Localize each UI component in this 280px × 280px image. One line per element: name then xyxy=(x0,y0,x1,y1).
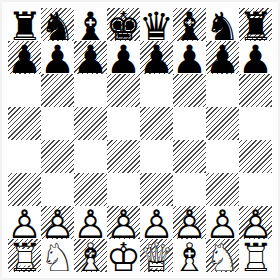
black-pawn-piece[interactable]: ♟ xyxy=(74,41,107,74)
square-h7[interactable]: ♟ xyxy=(239,41,272,74)
square-c7[interactable]: ♟ xyxy=(74,41,107,74)
square-c5[interactable] xyxy=(74,107,107,140)
black-pawn-piece[interactable]: ♟ xyxy=(239,41,272,74)
white-bishop-piece[interactable]: ♝♗ xyxy=(74,239,107,272)
square-b5[interactable] xyxy=(41,107,74,140)
square-a1[interactable]: ♜♖ xyxy=(8,239,41,272)
white-queen-piece[interactable]: ♛♕ xyxy=(140,239,173,272)
white-rook-outline-icon: ♖ xyxy=(8,241,41,274)
square-g7[interactable]: ♟ xyxy=(206,41,239,74)
black-pawn-piece[interactable]: ♟ xyxy=(107,41,140,74)
square-e6[interactable] xyxy=(140,74,173,107)
white-queen-outline-icon: ♕ xyxy=(140,241,173,274)
chess-board: ♜♞♝♚♛♝♞♜♟♟♟♟♟♟♟♟♟♙♟♙♟♙♟♙♟♙♟♙♟♙♟♙♜♖♞♘♝♗♚♔… xyxy=(8,8,272,272)
square-h6[interactable] xyxy=(239,74,272,107)
square-g6[interactable] xyxy=(206,74,239,107)
square-f7[interactable]: ♟ xyxy=(173,41,206,74)
square-d1[interactable]: ♚♔ xyxy=(107,239,140,272)
square-b4[interactable] xyxy=(41,140,74,173)
white-knight-outline-icon: ♘ xyxy=(206,241,239,274)
black-pawn-piece[interactable]: ♟ xyxy=(41,41,74,74)
square-a4[interactable] xyxy=(8,140,41,173)
black-pawn-piece[interactable]: ♟ xyxy=(206,41,239,74)
square-h5[interactable] xyxy=(239,107,272,140)
white-knight-outline-icon: ♘ xyxy=(41,241,74,274)
black-pawn-icon: ♟ xyxy=(173,43,206,76)
chess-diagram: ♜♞♝♚♛♝♞♜♟♟♟♟♟♟♟♟♟♙♟♙♟♙♟♙♟♙♟♙♟♙♟♙♜♖♞♘♝♗♚♔… xyxy=(0,0,280,280)
white-rook-piece[interactable]: ♜♖ xyxy=(8,239,41,272)
black-pawn-icon: ♟ xyxy=(74,43,107,76)
black-pawn-icon: ♟ xyxy=(239,43,272,76)
square-d4[interactable] xyxy=(107,140,140,173)
square-c1[interactable]: ♝♗ xyxy=(74,239,107,272)
square-h1[interactable]: ♜♖ xyxy=(239,239,272,272)
black-pawn-piece[interactable]: ♟ xyxy=(173,41,206,74)
white-king-piece[interactable]: ♚♔ xyxy=(107,239,140,272)
black-pawn-icon: ♟ xyxy=(41,43,74,76)
square-a6[interactable] xyxy=(8,74,41,107)
square-a5[interactable] xyxy=(8,107,41,140)
white-king-outline-icon: ♔ xyxy=(107,241,140,274)
square-g4[interactable] xyxy=(206,140,239,173)
white-knight-piece[interactable]: ♞♘ xyxy=(41,239,74,272)
white-knight-piece[interactable]: ♞♘ xyxy=(206,239,239,272)
white-bishop-outline-icon: ♗ xyxy=(74,241,107,274)
white-rook-outline-icon: ♖ xyxy=(239,241,272,274)
square-e4[interactable] xyxy=(140,140,173,173)
square-b7[interactable]: ♟ xyxy=(41,41,74,74)
square-e5[interactable] xyxy=(140,107,173,140)
square-b1[interactable]: ♞♘ xyxy=(41,239,74,272)
square-a7[interactable]: ♟ xyxy=(8,41,41,74)
square-e1[interactable]: ♛♕ xyxy=(140,239,173,272)
square-d6[interactable] xyxy=(107,74,140,107)
black-pawn-icon: ♟ xyxy=(140,43,173,76)
square-e7[interactable]: ♟ xyxy=(140,41,173,74)
square-f1[interactable]: ♝♗ xyxy=(173,239,206,272)
black-pawn-piece[interactable]: ♟ xyxy=(140,41,173,74)
square-d7[interactable]: ♟ xyxy=(107,41,140,74)
white-bishop-outline-icon: ♗ xyxy=(173,241,206,274)
white-bishop-piece[interactable]: ♝♗ xyxy=(173,239,206,272)
black-pawn-icon: ♟ xyxy=(8,43,41,76)
square-f4[interactable] xyxy=(173,140,206,173)
square-c6[interactable] xyxy=(74,74,107,107)
black-pawn-icon: ♟ xyxy=(107,43,140,76)
square-c4[interactable] xyxy=(74,140,107,173)
white-rook-piece[interactable]: ♜♖ xyxy=(239,239,272,272)
square-g1[interactable]: ♞♘ xyxy=(206,239,239,272)
square-d5[interactable] xyxy=(107,107,140,140)
black-pawn-icon: ♟ xyxy=(206,43,239,76)
square-h4[interactable] xyxy=(239,140,272,173)
square-f5[interactable] xyxy=(173,107,206,140)
black-pawn-piece[interactable]: ♟ xyxy=(8,41,41,74)
square-f6[interactable] xyxy=(173,74,206,107)
square-b6[interactable] xyxy=(41,74,74,107)
square-g5[interactable] xyxy=(206,107,239,140)
